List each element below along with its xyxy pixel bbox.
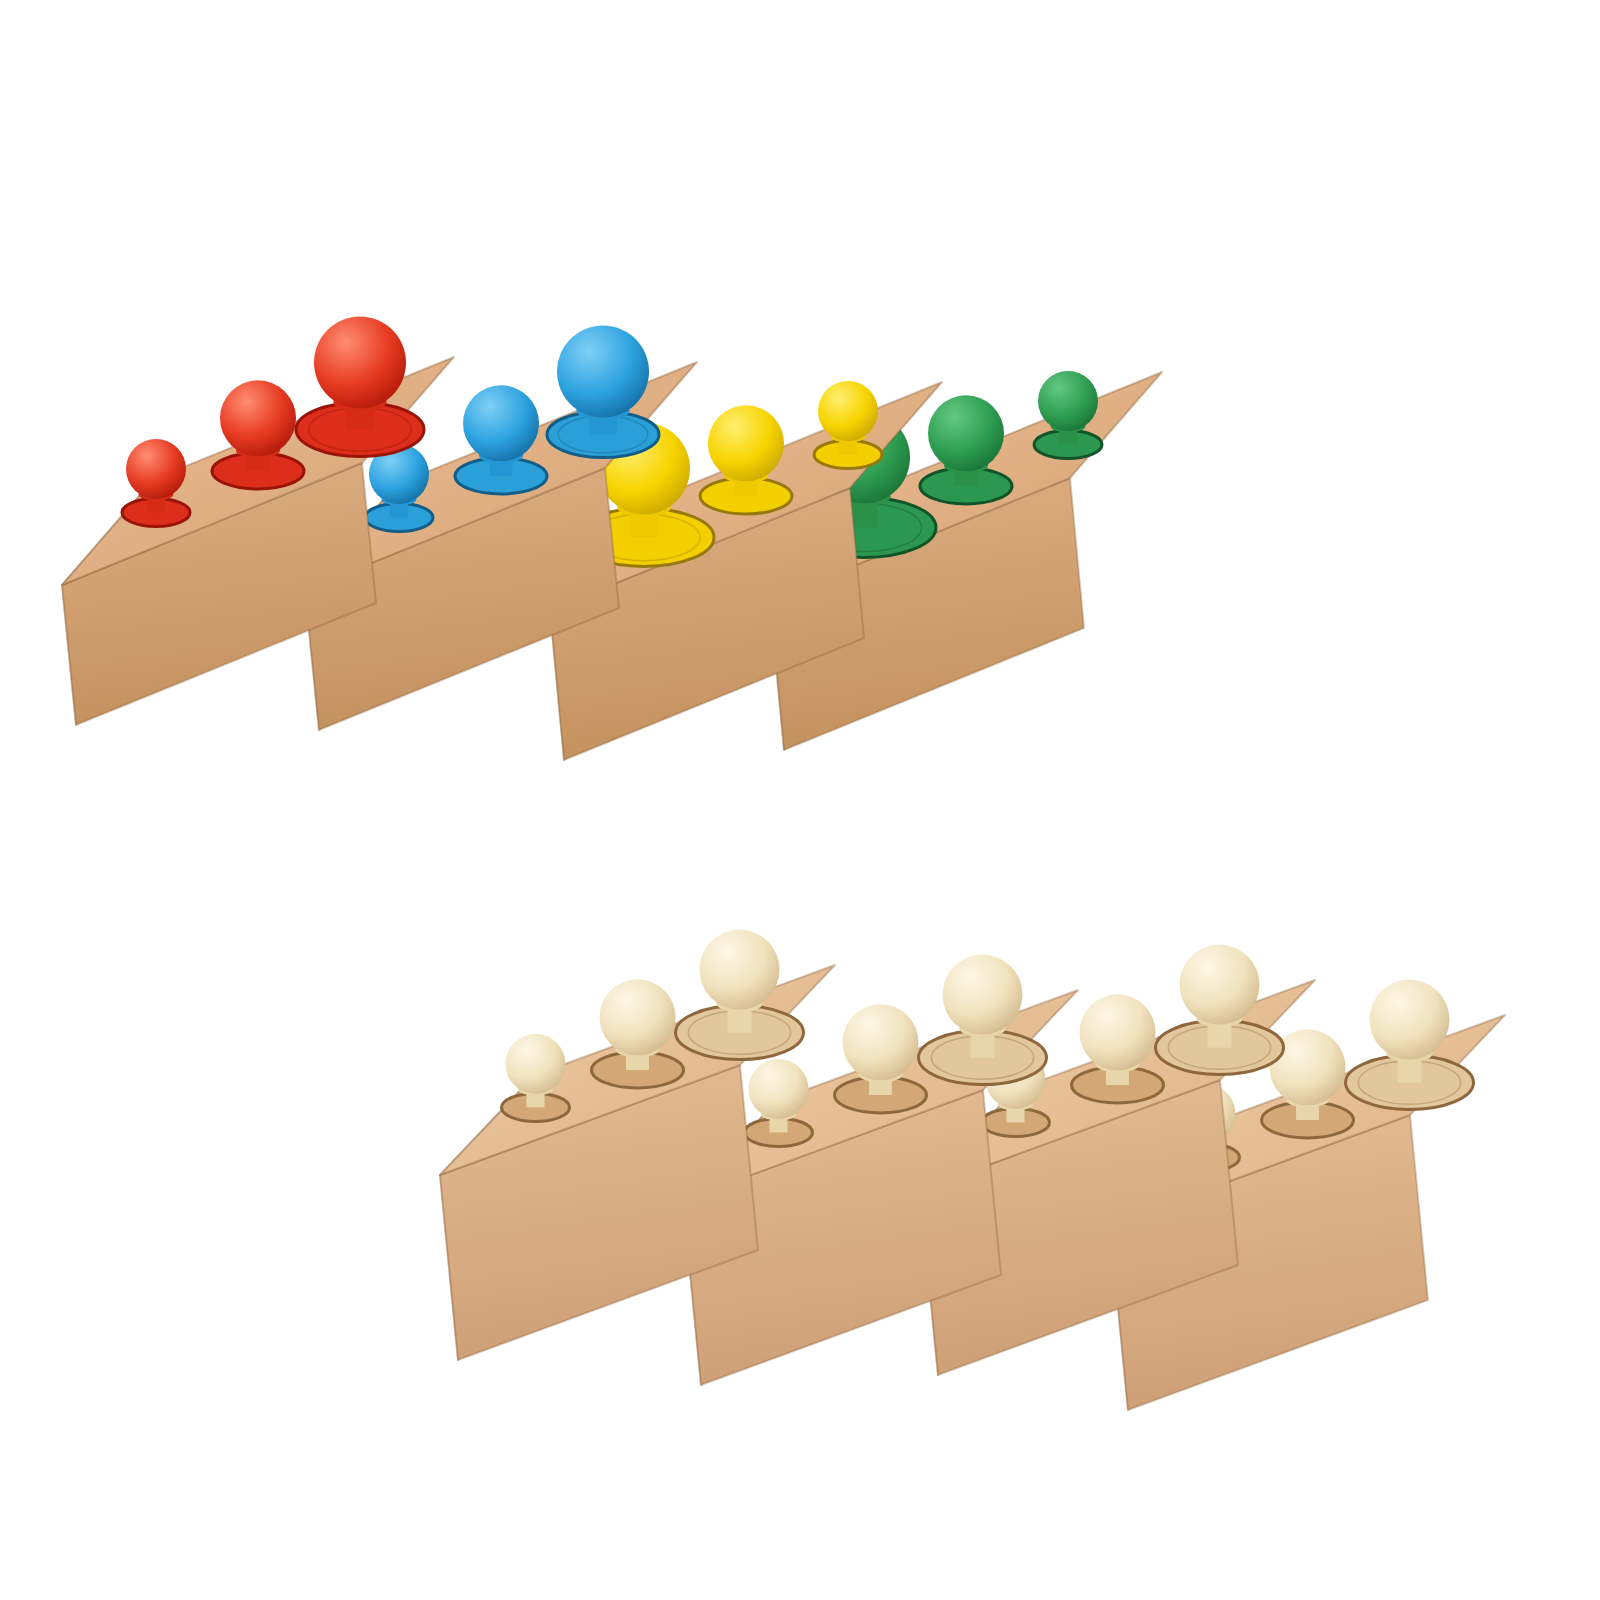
green-knob-ball-medium — [928, 395, 1004, 471]
white-background — [0, 0, 1600, 1600]
natural-knob-ball-large — [1370, 980, 1450, 1060]
natural-knob-ball-medium — [843, 1004, 919, 1080]
blue-knob-ball-large — [557, 326, 649, 418]
red-knob-ball-medium — [220, 380, 296, 456]
natural-knob-ball-medium — [600, 979, 676, 1055]
natural-knob-ball-large — [943, 955, 1023, 1035]
natural-knob-ball-large — [700, 930, 780, 1010]
product-photo — [0, 0, 1600, 1600]
natural-block-2-cylinder-small — [745, 1059, 813, 1147]
yellow-block-cylinder-small — [814, 381, 882, 469]
natural-knob-ball-small — [506, 1034, 566, 1094]
red-block-cylinder-small — [122, 439, 190, 526]
green-knob-ball-small — [1038, 371, 1098, 431]
yellow-knob-ball-small — [818, 381, 878, 441]
red-knob-ball-large — [314, 317, 406, 409]
green-block-cylinder-small — [1034, 371, 1102, 459]
natural-block-1-cylinder-small — [502, 1034, 570, 1122]
natural-knob-ball-medium — [1080, 994, 1156, 1070]
yellow-knob-ball-medium — [708, 405, 784, 481]
cylinder-blocks-scene — [0, 0, 1600, 1600]
blue-knob-ball-medium — [463, 385, 539, 461]
red-knob-ball-small — [126, 439, 186, 499]
natural-knob-ball-large — [1180, 945, 1260, 1025]
natural-knob-ball-small — [749, 1059, 809, 1119]
